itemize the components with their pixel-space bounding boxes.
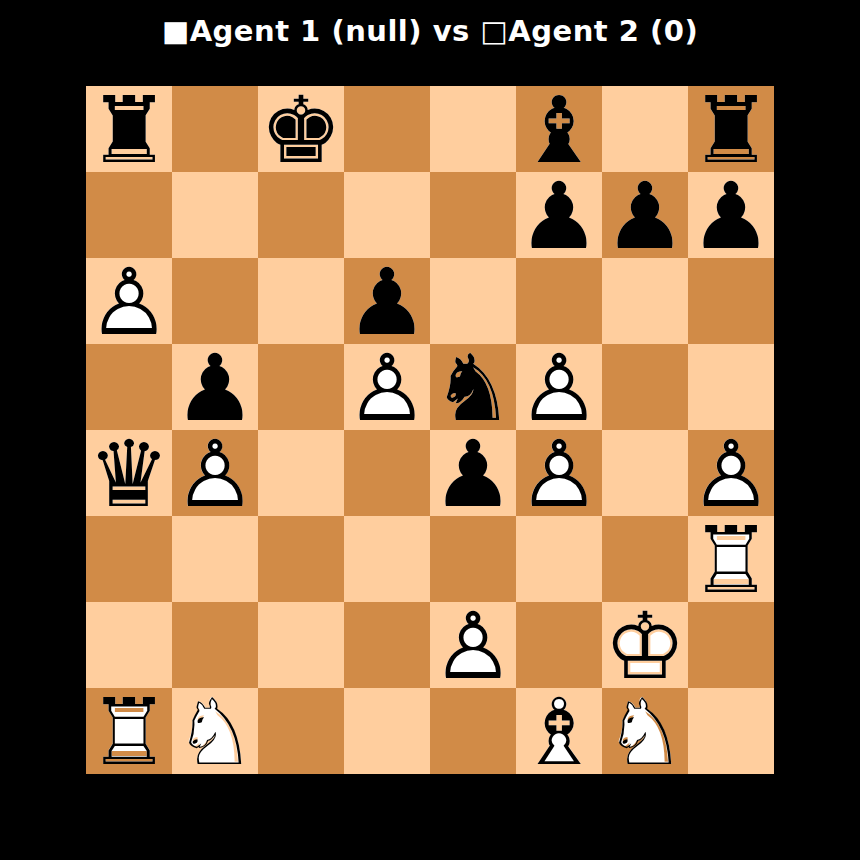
square-c6[interactable] bbox=[258, 258, 344, 344]
white-knight-fill: ♞ bbox=[602, 690, 688, 776]
black-queen-icon: ♛ bbox=[86, 432, 172, 518]
white-pawn-fill: ♟ bbox=[86, 260, 172, 346]
piece-black-pawn[interactable]: ♟♟ bbox=[430, 432, 516, 518]
white-pawn-fill: ♟ bbox=[344, 346, 430, 432]
square-d8[interactable] bbox=[344, 86, 430, 172]
black-pawn-icon: ♟ bbox=[516, 174, 602, 260]
chess-board: ♜♜♚♚♝♝♜♜♟♟♟♟♟♟♟♙♟♟♟♟♟♙♞♞♟♙♛♛♟♙♟♟♟♙♟♙♜♖♟♙… bbox=[86, 86, 774, 774]
square-b7[interactable] bbox=[172, 172, 258, 258]
black-pawn-fill: ♟ bbox=[430, 432, 516, 518]
black-rook-fill: ♜ bbox=[86, 88, 172, 174]
white-knight-fill: ♞ bbox=[172, 690, 258, 776]
square-f5[interactable]: ♟♙ bbox=[516, 344, 602, 430]
square-a8[interactable]: ♜♜ bbox=[86, 86, 172, 172]
piece-white-bishop[interactable]: ♝♗ bbox=[516, 690, 602, 776]
square-e2[interactable]: ♟♙ bbox=[430, 602, 516, 688]
white-pawn-fill: ♟ bbox=[516, 346, 602, 432]
square-h8[interactable]: ♜♜ bbox=[688, 86, 774, 172]
square-c2[interactable] bbox=[258, 602, 344, 688]
piece-black-knight[interactable]: ♞♞ bbox=[430, 346, 516, 432]
square-c8[interactable]: ♚♚ bbox=[258, 86, 344, 172]
square-h7[interactable]: ♟♟ bbox=[688, 172, 774, 258]
square-e3[interactable] bbox=[430, 516, 516, 602]
white-pawn-icon: ♙ bbox=[344, 346, 430, 432]
black-queen-fill: ♛ bbox=[86, 432, 172, 518]
square-d1[interactable] bbox=[344, 688, 430, 774]
piece-black-queen[interactable]: ♛♛ bbox=[86, 432, 172, 518]
square-b2[interactable] bbox=[172, 602, 258, 688]
piece-black-pawn[interactable]: ♟♟ bbox=[602, 174, 688, 260]
white-rook-icon: ♖ bbox=[688, 518, 774, 604]
white-pawn-fill: ♟ bbox=[172, 432, 258, 518]
piece-black-pawn[interactable]: ♟♟ bbox=[344, 260, 430, 346]
square-g6[interactable] bbox=[602, 258, 688, 344]
white-pawn-fill: ♟ bbox=[516, 432, 602, 518]
white-pawn-icon: ♙ bbox=[516, 346, 602, 432]
square-f8[interactable]: ♝♝ bbox=[516, 86, 602, 172]
square-a2[interactable] bbox=[86, 602, 172, 688]
square-g8[interactable] bbox=[602, 86, 688, 172]
black-pawn-icon: ♟ bbox=[172, 346, 258, 432]
square-e8[interactable] bbox=[430, 86, 516, 172]
square-e1[interactable] bbox=[430, 688, 516, 774]
square-e7[interactable] bbox=[430, 172, 516, 258]
square-d3[interactable] bbox=[344, 516, 430, 602]
square-c3[interactable] bbox=[258, 516, 344, 602]
white-rook-icon: ♖ bbox=[86, 690, 172, 776]
square-h5[interactable] bbox=[688, 344, 774, 430]
black-pawn-fill: ♟ bbox=[688, 174, 774, 260]
black-pawn-fill: ♟ bbox=[602, 174, 688, 260]
black-king-icon: ♚ bbox=[258, 88, 344, 174]
piece-white-pawn[interactable]: ♟♙ bbox=[344, 346, 430, 432]
square-f7[interactable]: ♟♟ bbox=[516, 172, 602, 258]
black-pawn-icon: ♟ bbox=[430, 432, 516, 518]
piece-white-pawn[interactable]: ♟♙ bbox=[516, 346, 602, 432]
piece-white-knight[interactable]: ♞♘ bbox=[172, 690, 258, 776]
black-rook-icon: ♜ bbox=[86, 88, 172, 174]
square-g1[interactable]: ♞♘ bbox=[602, 688, 688, 774]
piece-white-pawn[interactable]: ♟♙ bbox=[86, 260, 172, 346]
square-f4[interactable]: ♟♙ bbox=[516, 430, 602, 516]
square-b1[interactable]: ♞♘ bbox=[172, 688, 258, 774]
square-b5[interactable]: ♟♟ bbox=[172, 344, 258, 430]
square-e5[interactable]: ♞♞ bbox=[430, 344, 516, 430]
square-d6[interactable]: ♟♟ bbox=[344, 258, 430, 344]
square-b8[interactable] bbox=[172, 86, 258, 172]
square-g5[interactable] bbox=[602, 344, 688, 430]
black-rook-fill: ♜ bbox=[688, 88, 774, 174]
square-d2[interactable] bbox=[344, 602, 430, 688]
square-h2[interactable] bbox=[688, 602, 774, 688]
piece-black-bishop[interactable]: ♝♝ bbox=[516, 88, 602, 174]
piece-white-rook[interactable]: ♜♖ bbox=[86, 690, 172, 776]
white-rook-fill: ♜ bbox=[86, 690, 172, 776]
square-b3[interactable] bbox=[172, 516, 258, 602]
square-h4[interactable]: ♟♙ bbox=[688, 430, 774, 516]
black-pawn-icon: ♟ bbox=[688, 174, 774, 260]
white-pawn-icon: ♙ bbox=[86, 260, 172, 346]
piece-black-pawn[interactable]: ♟♟ bbox=[516, 174, 602, 260]
square-g7[interactable]: ♟♟ bbox=[602, 172, 688, 258]
black-knight-icon: ♞ bbox=[430, 346, 516, 432]
square-g3[interactable] bbox=[602, 516, 688, 602]
square-f3[interactable] bbox=[516, 516, 602, 602]
square-h6[interactable] bbox=[688, 258, 774, 344]
square-h1[interactable] bbox=[688, 688, 774, 774]
piece-white-pawn[interactable]: ♟♙ bbox=[516, 432, 602, 518]
square-a4[interactable]: ♛♛ bbox=[86, 430, 172, 516]
white-pawn-fill: ♟ bbox=[688, 432, 774, 518]
app-background: { "game": "chess", "title": "■Agent 1 (n… bbox=[0, 0, 860, 860]
game-title: ■Agent 1 (null) vs □Agent 2 (0) bbox=[0, 14, 860, 48]
square-a7[interactable] bbox=[86, 172, 172, 258]
black-pawn-fill: ♟ bbox=[344, 260, 430, 346]
piece-white-king[interactable]: ♚♔ bbox=[602, 604, 688, 690]
square-c4[interactable] bbox=[258, 430, 344, 516]
square-a1[interactable]: ♜♖ bbox=[86, 688, 172, 774]
square-d7[interactable] bbox=[344, 172, 430, 258]
black-bishop-icon: ♝ bbox=[516, 88, 602, 174]
piece-white-pawn[interactable]: ♟♙ bbox=[172, 432, 258, 518]
square-a6[interactable]: ♟♙ bbox=[86, 258, 172, 344]
square-c1[interactable] bbox=[258, 688, 344, 774]
white-bishop-fill: ♝ bbox=[516, 690, 602, 776]
black-pawn-fill: ♟ bbox=[172, 346, 258, 432]
square-f6[interactable] bbox=[516, 258, 602, 344]
black-rook-icon: ♜ bbox=[688, 88, 774, 174]
piece-white-pawn[interactable]: ♟♙ bbox=[430, 604, 516, 690]
white-pawn-icon: ♙ bbox=[516, 432, 602, 518]
square-b4[interactable]: ♟♙ bbox=[172, 430, 258, 516]
square-e6[interactable] bbox=[430, 258, 516, 344]
piece-white-knight[interactable]: ♞♘ bbox=[602, 690, 688, 776]
piece-black-rook[interactable]: ♜♜ bbox=[86, 88, 172, 174]
piece-white-pawn[interactable]: ♟♙ bbox=[688, 432, 774, 518]
white-pawn-icon: ♙ bbox=[172, 432, 258, 518]
white-pawn-icon: ♙ bbox=[688, 432, 774, 518]
white-king-fill: ♚ bbox=[602, 604, 688, 690]
square-c7[interactable] bbox=[258, 172, 344, 258]
white-knight-icon: ♘ bbox=[172, 690, 258, 776]
black-king-fill: ♚ bbox=[258, 88, 344, 174]
square-a3[interactable] bbox=[86, 516, 172, 602]
square-b6[interactable] bbox=[172, 258, 258, 344]
square-a5[interactable] bbox=[86, 344, 172, 430]
square-g4[interactable] bbox=[602, 430, 688, 516]
square-f1[interactable]: ♝♗ bbox=[516, 688, 602, 774]
black-bishop-fill: ♝ bbox=[516, 88, 602, 174]
black-pawn-icon: ♟ bbox=[602, 174, 688, 260]
white-rook-fill: ♜ bbox=[688, 518, 774, 604]
square-c5[interactable] bbox=[258, 344, 344, 430]
piece-black-rook[interactable]: ♜♜ bbox=[688, 88, 774, 174]
white-king-icon: ♔ bbox=[602, 604, 688, 690]
white-knight-icon: ♘ bbox=[602, 690, 688, 776]
white-pawn-fill: ♟ bbox=[430, 604, 516, 690]
square-d5[interactable]: ♟♙ bbox=[344, 344, 430, 430]
square-h3[interactable]: ♜♖ bbox=[688, 516, 774, 602]
white-bishop-icon: ♗ bbox=[516, 690, 602, 776]
black-knight-fill: ♞ bbox=[430, 346, 516, 432]
square-f2[interactable] bbox=[516, 602, 602, 688]
square-g2[interactable]: ♚♔ bbox=[602, 602, 688, 688]
piece-black-pawn[interactable]: ♟♟ bbox=[688, 174, 774, 260]
black-pawn-icon: ♟ bbox=[344, 260, 430, 346]
square-e4[interactable]: ♟♟ bbox=[430, 430, 516, 516]
white-pawn-icon: ♙ bbox=[430, 604, 516, 690]
piece-black-king[interactable]: ♚♚ bbox=[258, 88, 344, 174]
piece-white-rook[interactable]: ♜♖ bbox=[688, 518, 774, 604]
piece-black-pawn[interactable]: ♟♟ bbox=[172, 346, 258, 432]
square-d4[interactable] bbox=[344, 430, 430, 516]
black-pawn-fill: ♟ bbox=[516, 174, 602, 260]
